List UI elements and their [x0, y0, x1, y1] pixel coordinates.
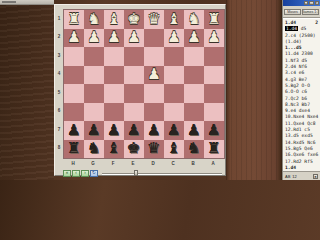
- square-d6[interactable]: [144, 103, 164, 122]
- square-h8[interactable]: ♜: [64, 140, 84, 159]
- file-label-b: B: [183, 159, 203, 168]
- black-pawn[interactable]: ♟: [167, 123, 180, 138]
- square-d4[interactable]: ♟: [144, 66, 164, 85]
- white-bishop[interactable]: ♝: [167, 12, 180, 27]
- square-f2[interactable]: ♟: [104, 29, 124, 48]
- white-pawn[interactable]: ♟: [207, 30, 220, 45]
- square-c2[interactable]: ♟: [164, 29, 184, 48]
- black-bishop[interactable]: ♝: [167, 141, 180, 156]
- square-a2[interactable]: ♟: [204, 29, 224, 48]
- file-label-e: E: [123, 159, 143, 168]
- file-label-h: H: [63, 159, 83, 168]
- background-window-sliver: [0, 0, 54, 5]
- white-pawn[interactable]: ♟: [107, 30, 120, 45]
- square-f1[interactable]: ♝: [104, 10, 124, 29]
- square-b7[interactable]: ♟: [184, 121, 204, 140]
- black-rook[interactable]: ♜: [207, 141, 220, 156]
- square-c3[interactable]: [164, 47, 184, 66]
- square-c8[interactable]: ♝: [164, 140, 184, 159]
- square-g4[interactable]: [84, 66, 104, 85]
- square-b8[interactable]: ♞: [184, 140, 204, 159]
- square-e2[interactable]: ♟: [124, 29, 144, 48]
- square-e1[interactable]: ♚: [124, 10, 144, 29]
- desk-wood-middle: [226, 0, 282, 180]
- black-queen[interactable]: ♛: [147, 141, 160, 156]
- file-label-d: D: [143, 159, 163, 168]
- square-f3[interactable]: [104, 47, 124, 66]
- black-king[interactable]: ♚: [127, 141, 140, 156]
- square-b5[interactable]: [184, 84, 204, 103]
- square-c6[interactable]: [164, 103, 184, 122]
- square-h2[interactable]: ♟: [64, 29, 84, 48]
- square-h3[interactable]: [64, 47, 84, 66]
- rank-label-7: 7: [55, 120, 63, 139]
- square-c7[interactable]: ♟: [164, 121, 184, 140]
- maximize-icon[interactable]: □: [309, 1, 314, 5]
- rank-label-6: 6: [55, 102, 63, 121]
- square-b1[interactable]: ♞: [184, 10, 204, 29]
- square-a4[interactable]: [204, 66, 224, 85]
- previous-move-button[interactable]: ‹: [72, 170, 80, 177]
- square-c1[interactable]: ♝: [164, 10, 184, 29]
- status-left: AB: [285, 174, 290, 179]
- square-h5[interactable]: [64, 84, 84, 103]
- white-king[interactable]: ♚: [127, 12, 140, 27]
- square-f5[interactable]: [104, 84, 124, 103]
- black-knight[interactable]: ♞: [187, 141, 200, 156]
- square-d1[interactable]: ♛: [144, 10, 164, 29]
- square-d7[interactable]: ♟: [144, 121, 164, 140]
- selected-move[interactable]: 1.d4: [285, 26, 298, 31]
- square-e6[interactable]: [124, 103, 144, 122]
- square-g2[interactable]: ♟: [84, 29, 104, 48]
- rank-label-8: 8: [55, 139, 63, 158]
- file-label-a: A: [203, 159, 223, 168]
- black-pawn[interactable]: ♟: [187, 123, 200, 138]
- white-pawn[interactable]: ♟: [187, 30, 200, 45]
- square-h1[interactable]: ♜: [64, 10, 84, 29]
- square-e8[interactable]: ♚: [124, 140, 144, 159]
- board-toolbar: « ‹ › ↻: [63, 168, 225, 178]
- first-move-button[interactable]: «: [63, 170, 71, 177]
- square-h7[interactable]: ♟: [64, 121, 84, 140]
- flip-board-button[interactable]: ↻: [90, 170, 98, 177]
- file-label-g: G: [83, 159, 103, 168]
- rank-label-1: 1: [55, 9, 63, 28]
- rank-label-5: 5: [55, 83, 63, 102]
- white-rook[interactable]: ♜: [67, 12, 80, 27]
- desk-wood-left: [0, 0, 54, 180]
- white-bishop[interactable]: ♝: [107, 12, 120, 27]
- square-g3[interactable]: [84, 47, 104, 66]
- move-line-23[interactable]: 1.d4: [285, 165, 320, 171]
- square-a3[interactable]: [204, 47, 224, 66]
- background-window-text-smudge: [2, 1, 16, 3]
- square-d5[interactable]: [144, 84, 164, 103]
- square-b3[interactable]: [184, 47, 204, 66]
- square-g5[interactable]: [84, 84, 104, 103]
- square-b2[interactable]: ♟: [184, 29, 204, 48]
- black-rook[interactable]: ♜: [67, 141, 80, 156]
- square-g7[interactable]: ♟: [84, 121, 104, 140]
- black-pawn[interactable]: ♟: [67, 123, 80, 138]
- square-a6[interactable]: [204, 103, 224, 122]
- panel-tabs: Moves Games 1:1: [283, 6, 320, 18]
- square-a5[interactable]: [204, 84, 224, 103]
- black-pawn[interactable]: ♟: [107, 123, 120, 138]
- rank-label-3: 3: [55, 46, 63, 65]
- square-g6[interactable]: [84, 103, 104, 122]
- file-labels: HGFEDCBA: [63, 159, 223, 168]
- square-e3[interactable]: [124, 47, 144, 66]
- move-list-panel: – □ × Moves Games 1:1 1.d421.d4 d52.c4 (…: [282, 0, 320, 180]
- white-pawn[interactable]: ♟: [167, 30, 180, 45]
- black-bishop[interactable]: ♝: [107, 141, 120, 156]
- chess-board[interactable]: ♜♞♝♚♛♝♞♜♟♟♟♟♟♟♟♟♟♟♟♟♟♟♟♟♜♞♝♚♛♝♞♜: [63, 9, 225, 159]
- white-pawn[interactable]: ♟: [87, 30, 100, 45]
- white-pawn[interactable]: ♟: [127, 30, 140, 45]
- square-a1[interactable]: ♜: [204, 10, 224, 29]
- black-knight[interactable]: ♞: [87, 141, 100, 156]
- square-f8[interactable]: ♝: [104, 140, 124, 159]
- white-queen[interactable]: ♛: [147, 12, 160, 27]
- square-d3[interactable]: [144, 47, 164, 66]
- square-e7[interactable]: ♟: [124, 121, 144, 140]
- square-c4[interactable]: [164, 66, 184, 85]
- tab-games[interactable]: Games 1:1: [302, 9, 319, 15]
- square-f4[interactable]: [104, 66, 124, 85]
- game-position-slider[interactable]: [102, 169, 222, 177]
- white-knight[interactable]: ♞: [87, 12, 100, 27]
- square-d2[interactable]: [144, 29, 164, 48]
- black-pawn[interactable]: ♟: [87, 123, 100, 138]
- minimize-icon[interactable]: –: [304, 1, 309, 5]
- square-f7[interactable]: ♟: [104, 121, 124, 140]
- move-list[interactable]: 1.d421.d4 d52.c4 (2500)(1.d4)1...d511.d4…: [283, 18, 320, 171]
- rank-label-4: 4: [55, 65, 63, 84]
- square-a7[interactable]: ♟: [204, 121, 224, 140]
- close-icon[interactable]: ×: [315, 1, 320, 5]
- scroll-down-icon[interactable]: ▾: [313, 174, 318, 179]
- square-b6[interactable]: [184, 103, 204, 122]
- black-pawn[interactable]: ♟: [127, 123, 140, 138]
- rank-label-2: 2: [55, 28, 63, 47]
- square-c5[interactable]: [164, 84, 184, 103]
- chess-board-window: 12345678 ♜♞♝♚♛♝♞♜♟♟♟♟♟♟♟♟♟♟♟♟♟♟♟♟♜♞♝♚♛♝♞…: [54, 4, 226, 176]
- white-knight[interactable]: ♞: [187, 12, 200, 27]
- black-pawn[interactable]: ♟: [207, 123, 220, 138]
- slider-thumb[interactable]: [134, 170, 138, 176]
- rank-labels: 12345678: [55, 9, 63, 159]
- slider-track: [102, 173, 222, 175]
- square-a8[interactable]: ♜: [204, 140, 224, 159]
- square-h4[interactable]: [64, 66, 84, 85]
- file-label-c: C: [163, 159, 183, 168]
- square-e4[interactable]: [124, 66, 144, 85]
- white-pawn[interactable]: ♟: [67, 30, 80, 45]
- white-rook[interactable]: ♜: [207, 12, 220, 27]
- next-move-button[interactable]: ›: [81, 170, 89, 177]
- panel-statusbar: AB 12 ▾: [283, 171, 320, 180]
- black-pawn[interactable]: ♟: [147, 123, 160, 138]
- white-pawn[interactable]: ♟: [147, 67, 160, 82]
- square-g8[interactable]: ♞: [84, 140, 104, 159]
- square-d8[interactable]: ♛: [144, 140, 164, 159]
- square-g1[interactable]: ♞: [84, 10, 104, 29]
- file-label-f: F: [103, 159, 123, 168]
- tab-moves[interactable]: Moves: [284, 9, 301, 15]
- square-f6[interactable]: [104, 103, 124, 122]
- square-b4[interactable]: [184, 66, 204, 85]
- square-h6[interactable]: [64, 103, 84, 122]
- status-right: 12: [292, 174, 296, 179]
- square-e5[interactable]: [124, 84, 144, 103]
